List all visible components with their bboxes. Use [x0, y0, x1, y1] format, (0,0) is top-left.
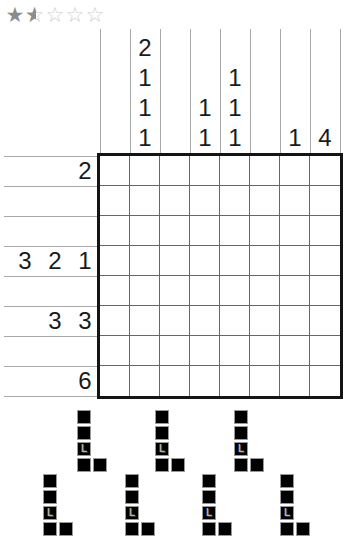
grid-cell[interactable]: [310, 366, 340, 396]
grid-cell[interactable]: [250, 366, 280, 396]
grid-cell[interactable]: [280, 276, 310, 306]
piece-cell: [218, 522, 232, 536]
piece-label: L: [47, 508, 53, 518]
grid-cell[interactable]: [160, 366, 190, 396]
grid-cell[interactable]: [250, 246, 280, 276]
grid-cell[interactable]: [280, 306, 310, 336]
piece-cell: [155, 410, 169, 424]
star-full-icon: ★: [5, 4, 25, 26]
piece-label: L: [159, 444, 165, 454]
grid-cell[interactable]: [220, 366, 250, 396]
grid-cell[interactable]: [100, 156, 130, 186]
piece-cell: [93, 458, 107, 472]
column-clue: 1: [220, 123, 250, 153]
piece-cell: [141, 522, 155, 536]
piece-cell: [280, 490, 294, 504]
piece-cell: [155, 426, 169, 440]
piece-cell: [234, 458, 248, 472]
piece-cell: L: [280, 506, 294, 520]
column-clue: 4: [310, 123, 340, 153]
piece-l-pentomino[interactable]: L: [280, 474, 310, 536]
star-half-icon: ☆★: [25, 4, 45, 26]
grid-cell[interactable]: [160, 216, 190, 246]
piece-cell: [171, 458, 185, 472]
clue-line: [4, 396, 97, 397]
star-empty-icon: ☆: [85, 4, 105, 26]
piece-l-pentomino[interactable]: L: [155, 410, 185, 472]
piece-cell: L: [202, 506, 216, 520]
piece-l-pentomino[interactable]: L: [125, 474, 155, 536]
grid-cell[interactable]: [280, 186, 310, 216]
grid-cell[interactable]: [130, 156, 160, 186]
grid-cell[interactable]: [250, 186, 280, 216]
row-clue: 3: [10, 246, 40, 276]
piece-cell: L: [234, 442, 248, 456]
column-clue: 1: [280, 123, 310, 153]
column-clue: 1: [220, 93, 250, 123]
grid-cell[interactable]: [310, 276, 340, 306]
grid-cell[interactable]: [220, 156, 250, 186]
grid-cell[interactable]: [220, 336, 250, 366]
piece-cell: [125, 490, 139, 504]
piece-l-pentomino[interactable]: L: [234, 410, 264, 472]
piece-cell: [202, 522, 216, 536]
grid-cell[interactable]: [130, 216, 160, 246]
grid-cell[interactable]: [100, 276, 130, 306]
column-clue: 1: [190, 123, 220, 153]
piece-label: L: [284, 508, 290, 518]
row-clue: 2: [40, 246, 70, 276]
grid-cell[interactable]: [280, 366, 310, 396]
piece-cell: [280, 522, 294, 536]
grid-cell[interactable]: [190, 276, 220, 306]
grid-cell[interactable]: [100, 336, 130, 366]
piece-cell: [43, 522, 57, 536]
grid-cell[interactable]: [130, 276, 160, 306]
grid-cell[interactable]: [220, 276, 250, 306]
grid-cell[interactable]: [190, 366, 220, 396]
grid-cell[interactable]: [190, 156, 220, 186]
grid-cell[interactable]: [130, 366, 160, 396]
row-clue: 2: [70, 156, 100, 186]
piece-cell: [296, 522, 310, 536]
grid-cell[interactable]: [100, 366, 130, 396]
column-clue: 2: [130, 33, 160, 63]
grid-cell[interactable]: [190, 336, 220, 366]
star-empty-icon: ☆: [65, 4, 85, 26]
difficulty-rating: ★☆★☆☆☆: [5, 4, 105, 26]
grid-cell[interactable]: [160, 306, 190, 336]
piece-cell: [59, 522, 73, 536]
piece-cell: [234, 410, 248, 424]
grid-cell[interactable]: [250, 216, 280, 246]
row-clue: 3: [40, 306, 70, 336]
row-clue: 6: [70, 366, 100, 396]
column-clue: 1: [130, 93, 160, 123]
piece-label: L: [238, 444, 244, 454]
row-clue: 3: [70, 306, 100, 336]
piece-cell: [77, 426, 91, 440]
star-empty-icon: ☆: [45, 4, 65, 26]
piece-cell: [125, 474, 139, 488]
grid-cell[interactable]: [190, 246, 220, 276]
grid-cell[interactable]: [280, 216, 310, 246]
grid-cell[interactable]: [190, 216, 220, 246]
piece-cell: [202, 474, 216, 488]
grid-cell[interactable]: [310, 306, 340, 336]
piece-cell: [280, 474, 294, 488]
row-clues: 2321336: [10, 156, 100, 396]
column-clue: 1: [190, 93, 220, 123]
row-clue: 1: [70, 246, 100, 276]
piece-label: L: [129, 508, 135, 518]
grid-cell[interactable]: [160, 246, 190, 276]
column-clue: 1: [130, 123, 160, 153]
piece-cell: [43, 490, 57, 504]
piece-cell: [202, 490, 216, 504]
piece-l-pentomino[interactable]: L: [77, 410, 107, 472]
piece-cell: [234, 426, 248, 440]
grid-cell[interactable]: [130, 246, 160, 276]
piece-l-pentomino[interactable]: L: [43, 474, 73, 536]
grid-cell[interactable]: [130, 306, 160, 336]
piece-cell: [43, 474, 57, 488]
grid-cell[interactable]: [310, 186, 340, 216]
piece-label: L: [206, 508, 212, 518]
grid-cell[interactable]: [310, 216, 340, 246]
grid-cell[interactable]: [280, 336, 310, 366]
grid-cell[interactable]: [160, 156, 190, 186]
piece-cell: [155, 458, 169, 472]
grid-cell[interactable]: [250, 306, 280, 336]
grid-cell[interactable]: [160, 336, 190, 366]
grid-cell[interactable]: [100, 216, 130, 246]
piece-cell: L: [125, 506, 139, 520]
grid-cell[interactable]: [310, 156, 340, 186]
grid-cell[interactable]: [310, 336, 340, 366]
column-clues: 21111111114: [100, 33, 340, 153]
piece-cell: L: [77, 442, 91, 456]
grid-cell[interactable]: [100, 246, 130, 276]
piece-cell: L: [43, 506, 57, 520]
piece-cell: [250, 458, 264, 472]
piece-label: L: [81, 444, 87, 454]
grid-cell[interactable]: [100, 306, 130, 336]
grid-cell[interactable]: [220, 306, 250, 336]
grid-cell[interactable]: [220, 186, 250, 216]
grid-cell[interactable]: [100, 186, 130, 216]
grid-cell[interactable]: [220, 246, 250, 276]
grid-cell[interactable]: [280, 246, 310, 276]
clue-line: [340, 29, 341, 156]
grid-cell[interactable]: [250, 276, 280, 306]
puzzle-grid: [97, 153, 343, 399]
grid-cell[interactable]: [280, 156, 310, 186]
piece-cell: [77, 458, 91, 472]
piece-cell: [125, 522, 139, 536]
column-clue: 1: [220, 63, 250, 93]
grid-cell[interactable]: [250, 336, 280, 366]
grid-cell[interactable]: [160, 186, 190, 216]
grid-cell[interactable]: [220, 216, 250, 246]
grid-cell[interactable]: [160, 276, 190, 306]
piece-cell: [77, 410, 91, 424]
puzzle-screen: ★☆★☆☆☆ 21111111114 2321336 LLLLLLL: [0, 0, 350, 546]
piece-cell: L: [155, 442, 169, 456]
grid-cell[interactable]: [130, 186, 160, 216]
piece-l-pentomino[interactable]: L: [202, 474, 232, 536]
grid-cell[interactable]: [130, 336, 160, 366]
grid-cell[interactable]: [190, 186, 220, 216]
grid-cell[interactable]: [310, 246, 340, 276]
grid-cell[interactable]: [250, 156, 280, 186]
column-clue: 1: [130, 63, 160, 93]
grid-cell[interactable]: [190, 306, 220, 336]
